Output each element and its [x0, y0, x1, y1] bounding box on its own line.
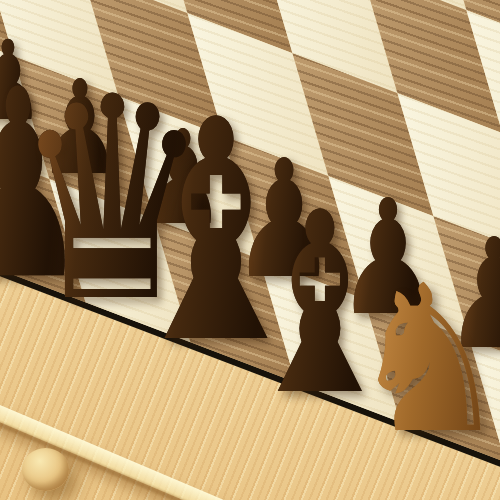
- chess-set-photo: ♟♟♟♟♟♛♟♝♟♝♞: [0, 0, 500, 500]
- pieces-layer: ♟♟♟♟♟♛♟♝♟♝♞: [0, 0, 500, 500]
- piece-knight-f1: ♞: [349, 259, 500, 462]
